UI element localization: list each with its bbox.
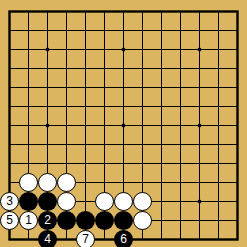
go-diagram: 3512476	[0, 0, 247, 247]
move-number: 3	[6, 195, 13, 208]
white-stone	[57, 173, 76, 192]
board-intersection	[133, 192, 152, 211]
move-number: 1	[25, 214, 32, 227]
move-number: 5	[6, 214, 13, 227]
board-intersection	[57, 192, 76, 211]
board-intersection	[133, 211, 152, 230]
board-intersection	[19, 173, 38, 192]
board-intersection: 5	[0, 211, 19, 230]
board-intersection	[57, 173, 76, 192]
white-stone	[114, 192, 133, 211]
move-number: 2	[44, 214, 51, 227]
black-stone	[19, 192, 38, 211]
board-intersection	[76, 211, 95, 230]
board-intersection: 4	[38, 230, 57, 247]
board-intersection: 1	[19, 211, 38, 230]
board-intersection	[38, 192, 57, 211]
board-intersection	[95, 211, 114, 230]
white-stone-move-3: 3	[0, 192, 19, 211]
white-stone-move-1: 1	[19, 211, 38, 230]
move-number: 7	[82, 233, 89, 246]
board-intersection	[38, 173, 57, 192]
white-stone	[19, 173, 38, 192]
white-stone	[133, 192, 152, 211]
board-intersection: 6	[114, 230, 133, 247]
board-intersection	[57, 211, 76, 230]
white-stone	[57, 192, 76, 211]
white-stone	[133, 211, 152, 230]
black-stone	[57, 211, 76, 230]
black-stone	[95, 211, 114, 230]
white-stone	[95, 192, 114, 211]
black-stone-move-4: 4	[38, 230, 57, 247]
board-intersection: 3	[0, 192, 19, 211]
move-number: 6	[120, 233, 127, 246]
black-stone-move-6: 6	[114, 230, 133, 247]
black-stone-move-2: 2	[38, 211, 57, 230]
black-stone	[38, 192, 57, 211]
stones-layer: 3512476	[0, 2, 247, 247]
board-intersection	[19, 192, 38, 211]
board-intersection	[95, 192, 114, 211]
go-board: 3512476	[0, 0, 247, 247]
board-intersection: 7	[76, 230, 95, 247]
board-intersection	[114, 211, 133, 230]
board-intersection	[114, 192, 133, 211]
white-stone	[38, 173, 57, 192]
board-intersection: 2	[38, 211, 57, 230]
white-stone-move-5: 5	[0, 211, 19, 230]
black-stone	[76, 211, 95, 230]
move-number: 4	[44, 233, 51, 246]
black-stone	[114, 211, 133, 230]
white-stone-move-7: 7	[76, 230, 95, 247]
